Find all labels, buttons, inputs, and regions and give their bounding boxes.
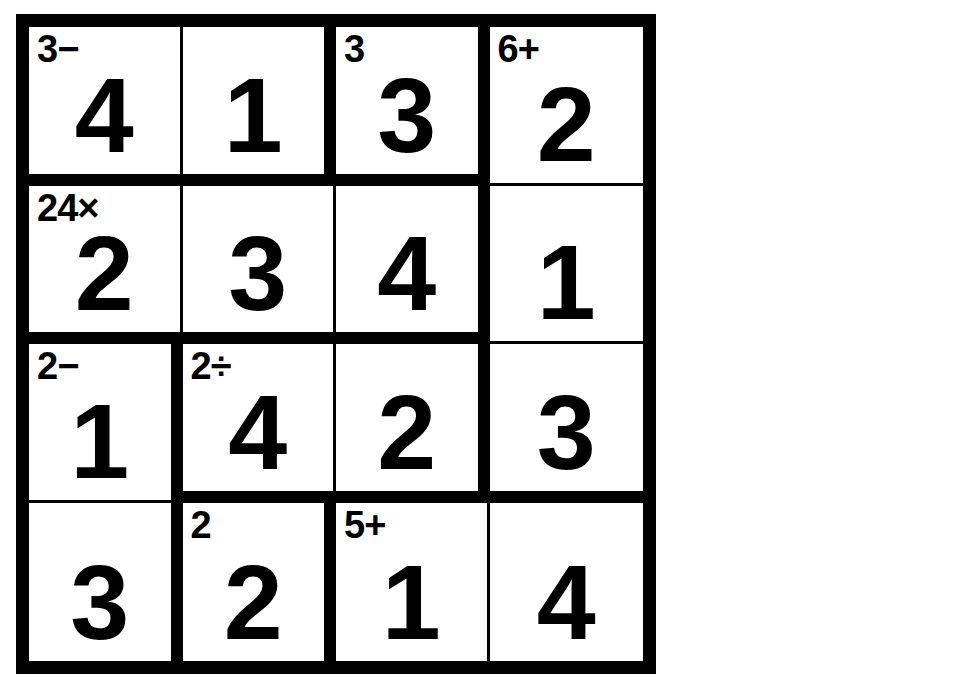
cell-value: 4	[490, 549, 644, 655]
cell-value: 2	[490, 71, 644, 177]
cell-r3c2[interactable]: 5+ 1	[336, 503, 490, 662]
kenken-board: 3− 4 1 3 3 6+ 2 24× 2 3 4 1	[16, 14, 656, 674]
cell-value: 1	[183, 62, 325, 168]
cell-r1c2[interactable]: 4	[336, 186, 490, 345]
page: 3− 4 1 3 3 6+ 2 24× 2 3 4 1	[0, 0, 960, 686]
cell-value: 1	[29, 388, 171, 494]
cell-r3c3[interactable]: 4	[490, 503, 644, 662]
cell-value: 2	[183, 549, 325, 655]
cell-r2c0[interactable]: 2− 1	[29, 344, 183, 503]
cell-value: 3	[29, 549, 171, 655]
cell-value: 1	[336, 549, 487, 655]
cage-clue: 2	[191, 504, 211, 547]
cell-r3c0[interactable]: 3	[29, 503, 183, 662]
cell-r2c2[interactable]: 2	[336, 344, 490, 503]
cell-r1c3[interactable]: 1	[490, 186, 644, 345]
cell-value: 2	[336, 379, 478, 485]
cell-r2c1[interactable]: 2÷ 4	[183, 344, 337, 503]
cage-clue: 6+	[498, 28, 539, 71]
cell-value: 3	[490, 379, 644, 485]
cell-r0c3[interactable]: 6+ 2	[490, 27, 644, 186]
cell-value: 1	[490, 229, 644, 335]
cell-value: 4	[29, 62, 180, 168]
cell-r1c1[interactable]: 3	[183, 186, 337, 345]
cell-r1c0[interactable]: 24× 2	[29, 186, 183, 345]
cell-r2c3[interactable]: 3	[490, 344, 644, 503]
cell-r0c0[interactable]: 3− 4	[29, 27, 183, 186]
cage-clue: 5+	[344, 504, 385, 547]
cell-value: 4	[183, 379, 334, 485]
cell-value: 3	[183, 220, 334, 326]
cell-r0c2[interactable]: 3 3	[336, 27, 490, 186]
cell-value: 3	[336, 62, 478, 168]
cell-r3c1[interactable]: 2 2	[183, 503, 337, 662]
cell-value: 4	[336, 220, 478, 326]
cell-r0c1[interactable]: 1	[183, 27, 337, 186]
cell-value: 2	[29, 220, 180, 326]
